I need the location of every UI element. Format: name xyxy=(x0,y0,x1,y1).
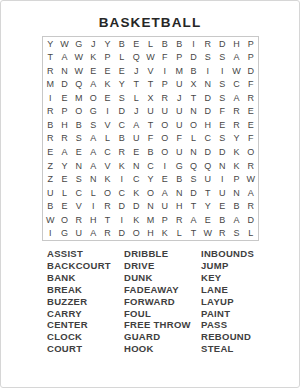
grid-cell[interactable]: U xyxy=(172,145,186,159)
grid-cell[interactable]: L xyxy=(186,132,200,146)
grid-cell[interactable]: T xyxy=(186,199,200,213)
grid-cell[interactable]: E xyxy=(115,64,129,78)
grid-cell[interactable]: F xyxy=(143,132,157,146)
grid-cell[interactable]: K xyxy=(129,213,143,227)
grid-cell[interactable]: U xyxy=(215,186,229,200)
grid-cell[interactable]: K xyxy=(158,226,172,240)
grid-cell[interactable]: D xyxy=(57,78,71,92)
grid-cell[interactable]: N xyxy=(186,105,200,119)
grid-cell[interactable]: A xyxy=(129,118,143,132)
word-item: FORWARD xyxy=(124,296,201,308)
letter-grid: YWGJYBELBBIRDHPTAWKPLQWFPDSSAPRNWEEEJVIM… xyxy=(42,36,259,241)
grid-cell[interactable]: W xyxy=(229,64,243,78)
grid-cell[interactable]: R xyxy=(72,213,86,227)
grid-cell[interactable]: E xyxy=(72,145,86,159)
grid-cell[interactable]: T xyxy=(43,51,57,65)
grid-cell[interactable]: Y xyxy=(229,132,243,146)
word-item: COURT xyxy=(47,343,124,355)
word-item: STEAL xyxy=(201,343,300,355)
grid-cell[interactable]: N xyxy=(57,64,71,78)
grid-cell[interactable]: S xyxy=(72,172,86,186)
grid-cell[interactable]: C xyxy=(229,78,243,92)
grid-cell[interactable]: R xyxy=(244,159,258,173)
grid-cell[interactable]: I xyxy=(186,37,200,51)
grid-cell[interactable]: V xyxy=(100,159,114,173)
grid-cell[interactable]: E xyxy=(43,145,57,159)
grid-cell[interactable]: I xyxy=(43,226,57,240)
grid-cell[interactable]: G xyxy=(86,105,100,119)
grid-cell[interactable]: U xyxy=(143,105,157,119)
grid-cell[interactable]: R xyxy=(43,64,57,78)
grid-cell[interactable]: P xyxy=(229,172,243,186)
grid-cell[interactable]: F xyxy=(172,132,186,146)
grid-cell[interactable]: S xyxy=(215,132,229,146)
grid-cell[interactable]: C xyxy=(100,145,114,159)
grid-cell[interactable]: O xyxy=(158,132,172,146)
grid-cell[interactable]: Y xyxy=(57,159,71,173)
grid-cell[interactable]: S xyxy=(186,172,200,186)
grid-cell[interactable]: B xyxy=(172,172,186,186)
grid-cell[interactable]: V xyxy=(100,118,114,132)
grid-cell[interactable]: R xyxy=(229,118,243,132)
grid-cell[interactable]: K xyxy=(115,159,129,173)
grid-cell[interactable]: E xyxy=(57,199,71,213)
grid-cell[interactable]: D xyxy=(115,226,129,240)
word-item: ASSIST xyxy=(47,248,124,260)
grid-cell[interactable]: A xyxy=(86,159,100,173)
grid-cell[interactable]: B xyxy=(215,213,229,227)
word-item: PAINT xyxy=(201,308,300,320)
grid-cell[interactable]: E xyxy=(129,145,143,159)
grid-cell[interactable]: R xyxy=(57,132,71,146)
grid-cell[interactable]: Q xyxy=(72,78,86,92)
word-item: HOOK xyxy=(124,343,201,355)
puzzle-page: BASKETBALL YWGJYBELBBIRDHPTAWKPLQWFPDSSA… xyxy=(0,0,300,388)
grid-cell[interactable]: S xyxy=(215,51,229,65)
grid-cell[interactable]: G xyxy=(57,226,71,240)
grid-cell[interactable]: E xyxy=(201,213,215,227)
grid-cell[interactable]: U xyxy=(72,226,86,240)
grid-cell[interactable]: D xyxy=(129,199,143,213)
word-item: KEY xyxy=(201,272,300,284)
grid-cell[interactable]: S xyxy=(201,51,215,65)
grid-cell[interactable]: H xyxy=(201,118,215,132)
grid-cell[interactable]: J xyxy=(129,64,143,78)
grid-cell[interactable]: O xyxy=(158,118,172,132)
grid-cell[interactable]: U xyxy=(43,186,57,200)
grid-cell[interactable]: D xyxy=(201,105,215,119)
grid-cell[interactable]: Q xyxy=(201,159,215,173)
grid-cell[interactable]: D xyxy=(186,51,200,65)
word-list-column: DRIBBLEDRIVEDUNKFADEAWAYFORWARDFOULFREE … xyxy=(124,248,201,355)
grid-cell[interactable]: Y xyxy=(100,37,114,51)
grid-cell[interactable]: D xyxy=(115,105,129,119)
word-list-column: ASSISTBACKCOURTBANKBREAKBUZZERCARRYCENTE… xyxy=(47,248,124,355)
grid-cell[interactable]: T xyxy=(201,186,215,200)
grid-cell[interactable]: W xyxy=(57,37,71,51)
grid-cell[interactable]: A xyxy=(86,132,100,146)
grid-cell[interactable]: D xyxy=(215,37,229,51)
grid-cell[interactable]: R xyxy=(43,132,57,146)
grid-cell[interactable]: C xyxy=(201,132,215,146)
grid-cell[interactable]: Q xyxy=(186,159,200,173)
grid-cell[interactable]: U xyxy=(172,118,186,132)
grid-cell[interactable]: W xyxy=(43,213,57,227)
grid-cell[interactable]: S xyxy=(215,91,229,105)
grid-cell[interactable]: A xyxy=(186,213,200,227)
grid-cell[interactable]: R xyxy=(172,213,186,227)
grid-cell[interactable]: K xyxy=(100,172,114,186)
grid-cell[interactable]: N xyxy=(143,199,157,213)
grid-cell[interactable]: L xyxy=(129,91,143,105)
word-item: DUNK xyxy=(124,272,201,284)
grid-cell[interactable]: H xyxy=(143,226,157,240)
grid-cell[interactable]: N xyxy=(201,78,215,92)
grid-cell[interactable]: D xyxy=(244,213,258,227)
grid-cell[interactable]: I xyxy=(158,64,172,78)
grid-cell[interactable]: R xyxy=(100,199,114,213)
grid-cell[interactable]: K xyxy=(229,145,243,159)
grid-cell[interactable]: G xyxy=(172,159,186,173)
grid-cell[interactable]: S xyxy=(215,78,229,92)
grid-cell[interactable]: I xyxy=(215,172,229,186)
grid-cell[interactable]: N xyxy=(129,159,143,173)
grid-cell[interactable]: I xyxy=(215,64,229,78)
grid-cell[interactable]: N xyxy=(215,159,229,173)
word-list-column: INBOUNDSJUMPKEYLANELAYUPPAINTPASSREBOUND… xyxy=(201,248,300,355)
grid-cell[interactable]: P xyxy=(244,37,258,51)
grid-cell[interactable]: O xyxy=(158,145,172,159)
grid-cell[interactable]: U xyxy=(158,199,172,213)
word-item: LAYUP xyxy=(201,296,300,308)
grid-cell[interactable]: P xyxy=(172,51,186,65)
grid-cell[interactable]: U xyxy=(172,78,186,92)
grid-cell[interactable]: A xyxy=(57,145,71,159)
grid-cell[interactable]: E xyxy=(244,118,258,132)
word-item: DRIBBLE xyxy=(124,248,201,260)
grid-cell[interactable]: X xyxy=(186,78,200,92)
grid-cell[interactable]: M xyxy=(143,213,157,227)
grid-cell[interactable]: R xyxy=(43,105,57,119)
grid-cell[interactable]: D xyxy=(201,145,215,159)
grid-cell[interactable]: W xyxy=(72,51,86,65)
grid-cell[interactable]: L xyxy=(57,186,71,200)
grid-cell[interactable]: R xyxy=(244,91,258,105)
grid-cell[interactable]: U xyxy=(201,172,215,186)
word-item: DRIVE xyxy=(124,260,201,272)
grid-cell[interactable]: G xyxy=(72,37,86,51)
grid-cell[interactable]: U xyxy=(172,105,186,119)
grid-cell[interactable]: R xyxy=(244,199,258,213)
grid-cell[interactable]: Z xyxy=(43,172,57,186)
grid-cell[interactable]: I xyxy=(100,105,114,119)
grid-cell[interactable]: I xyxy=(201,64,215,78)
grid-cell[interactable]: T xyxy=(143,118,157,132)
grid-cell[interactable]: H xyxy=(229,37,243,51)
grid-cell[interactable]: O xyxy=(129,226,143,240)
grid-cell[interactable]: H xyxy=(57,118,71,132)
grid-cell[interactable]: B xyxy=(186,64,200,78)
grid-cell[interactable]: E xyxy=(158,172,172,186)
grid-cell[interactable]: D xyxy=(215,145,229,159)
grid-cell[interactable]: I xyxy=(86,199,100,213)
grid-cell[interactable]: F xyxy=(158,51,172,65)
grid-cell[interactable]: B xyxy=(229,199,243,213)
grid-cell[interactable]: L xyxy=(244,226,258,240)
grid-cell[interactable]: M xyxy=(172,64,186,78)
grid-cell[interactable]: D xyxy=(115,199,129,213)
grid-cell[interactable]: R xyxy=(201,37,215,51)
grid-cell[interactable]: I xyxy=(43,91,57,105)
grid-cell[interactable]: T xyxy=(186,226,200,240)
grid-cell[interactable]: E xyxy=(215,118,229,132)
grid-cell[interactable]: F xyxy=(215,105,229,119)
grid-cell[interactable]: L xyxy=(143,37,157,51)
grid-cell[interactable]: P xyxy=(244,51,258,65)
grid-cell[interactable]: B xyxy=(158,37,172,51)
grid-cell[interactable]: A xyxy=(229,213,243,227)
grid-cell[interactable]: K xyxy=(100,78,114,92)
grid-cell[interactable]: C xyxy=(72,186,86,200)
grid-cell[interactable]: L xyxy=(86,186,100,200)
grid-cell[interactable]: I xyxy=(115,172,129,186)
grid-cell[interactable]: P xyxy=(100,51,114,65)
grid-cell[interactable]: A xyxy=(158,186,172,200)
grid-cell[interactable]: D xyxy=(186,186,200,200)
grid-cell[interactable]: B xyxy=(43,199,57,213)
grid-cell[interactable]: D xyxy=(244,64,258,78)
grid-cell[interactable]: S xyxy=(229,226,243,240)
word-item: BANK xyxy=(47,272,124,284)
grid-cell[interactable]: K xyxy=(229,159,243,173)
grid-cell[interactable]: A xyxy=(86,78,100,92)
word-item: BACKCOURT xyxy=(47,260,124,272)
grid-cell[interactable]: B xyxy=(72,118,86,132)
grid-cell[interactable]: C xyxy=(129,172,143,186)
grid-cell[interactable]: U xyxy=(129,132,143,146)
grid-cell[interactable]: X xyxy=(143,91,157,105)
puzzle-title: BASKETBALL xyxy=(1,15,299,30)
grid-cell[interactable]: B xyxy=(172,37,186,51)
grid-cell[interactable]: N xyxy=(229,186,243,200)
grid-cell[interactable]: F xyxy=(244,78,258,92)
grid-cell[interactable]: H xyxy=(86,213,100,227)
grid-cell[interactable]: O xyxy=(57,213,71,227)
grid-cell[interactable]: Y xyxy=(201,199,215,213)
grid-cell[interactable]: E xyxy=(215,199,229,213)
grid-cell[interactable]: C xyxy=(143,159,157,173)
grid-cell[interactable]: E xyxy=(100,64,114,78)
grid-cell[interactable]: L xyxy=(100,132,114,146)
grid-cell[interactable]: O xyxy=(86,91,100,105)
word-item: GUARD xyxy=(124,331,201,343)
grid-cell[interactable]: R xyxy=(100,226,114,240)
grid-cell[interactable]: O xyxy=(244,145,258,159)
grid-cell[interactable]: V xyxy=(143,64,157,78)
grid-cell[interactable]: C xyxy=(115,186,129,200)
grid-cell[interactable]: E xyxy=(129,37,143,51)
grid-cell[interactable]: T xyxy=(186,91,200,105)
grid-cell[interactable]: A xyxy=(57,51,71,65)
grid-cell[interactable]: E xyxy=(57,172,71,186)
grid-cell[interactable]: R xyxy=(158,91,172,105)
word-item: JUMP xyxy=(201,260,300,272)
word-item: INBOUNDS xyxy=(201,248,300,260)
grid-cell[interactable]: A xyxy=(229,91,243,105)
grid-cell[interactable]: P xyxy=(158,78,172,92)
word-list: ASSISTBACKCOURTBANKBREAKBUZZERCARRYCENTE… xyxy=(47,248,300,355)
grid-cell[interactable]: K xyxy=(86,51,100,65)
grid-cell[interactable]: Y xyxy=(43,37,57,51)
grid-cell[interactable]: O xyxy=(100,186,114,200)
grid-cell[interactable]: L xyxy=(115,51,129,65)
grid-cell[interactable]: S xyxy=(115,91,129,105)
grid-cell[interactable]: C xyxy=(115,118,129,132)
grid-cell[interactable]: T xyxy=(129,78,143,92)
grid-cell[interactable]: W xyxy=(244,172,258,186)
grid-cell[interactable]: H xyxy=(172,199,186,213)
grid-cell[interactable]: Y xyxy=(143,172,157,186)
grid-cell[interactable]: V xyxy=(72,199,86,213)
grid-cell[interactable]: B xyxy=(143,145,157,159)
word-item: REBOUND xyxy=(201,331,300,343)
grid-cell[interactable]: R xyxy=(229,105,243,119)
word-item: CLOCK xyxy=(47,331,124,343)
grid-cell[interactable]: M xyxy=(43,78,57,92)
grid-cell[interactable]: B xyxy=(43,118,57,132)
grid-cell[interactable]: E xyxy=(57,91,71,105)
grid-cell[interactable]: T xyxy=(100,213,114,227)
word-item: FADEAWAY xyxy=(124,284,201,296)
grid-cell[interactable]: I xyxy=(158,159,172,173)
grid-cell[interactable]: S xyxy=(72,132,86,146)
grid-cell[interactable]: W xyxy=(143,51,157,65)
grid-cell[interactable]: Z xyxy=(43,159,57,173)
grid-cell[interactable]: N xyxy=(72,159,86,173)
grid-cell[interactable]: E xyxy=(86,64,100,78)
grid-cell[interactable]: I xyxy=(115,213,129,227)
grid-cell[interactable]: E xyxy=(100,91,114,105)
grid-cell[interactable]: K xyxy=(129,186,143,200)
grid-cell[interactable]: L xyxy=(172,226,186,240)
word-item: LANE xyxy=(201,284,300,296)
grid-cell[interactable]: A xyxy=(229,51,243,65)
grid-cell[interactable]: M xyxy=(72,91,86,105)
grid-cell[interactable]: R xyxy=(215,226,229,240)
grid-cell[interactable]: J xyxy=(129,105,143,119)
word-item: FOUL xyxy=(124,308,201,320)
word-item: CENTER xyxy=(47,319,124,331)
word-item: CARRY xyxy=(47,308,124,320)
grid-cell[interactable]: A xyxy=(244,186,258,200)
grid-cell[interactable]: U xyxy=(158,105,172,119)
grid-cell[interactable]: N xyxy=(172,186,186,200)
grid-cell[interactable]: Q xyxy=(129,51,143,65)
grid-cell[interactable]: S xyxy=(86,118,100,132)
grid-cell[interactable]: A xyxy=(86,145,100,159)
grid-cell[interactable]: A xyxy=(86,226,100,240)
grid-cell[interactable]: T xyxy=(143,78,157,92)
grid-cell[interactable]: Y xyxy=(115,78,129,92)
grid-cell[interactable]: R xyxy=(115,145,129,159)
grid-cell[interactable]: B xyxy=(115,37,129,51)
grid-cell[interactable]: P xyxy=(57,105,71,119)
word-item: BUZZER xyxy=(47,296,124,308)
word-item: PASS xyxy=(201,319,300,331)
word-item: FREE THROW xyxy=(124,319,201,331)
grid-cell[interactable]: O xyxy=(186,118,200,132)
grid-cell[interactable]: O xyxy=(72,105,86,119)
grid-cell[interactable]: P xyxy=(158,213,172,227)
grid-cell[interactable]: N xyxy=(86,172,100,186)
grid-cell[interactable]: J xyxy=(172,91,186,105)
grid-cell[interactable]: N xyxy=(186,145,200,159)
grid-cell[interactable]: W xyxy=(201,226,215,240)
grid-cell[interactable]: W xyxy=(72,64,86,78)
grid-cell[interactable]: E xyxy=(244,105,258,119)
grid-cell[interactable]: D xyxy=(201,91,215,105)
grid-cell[interactable]: F xyxy=(244,132,258,146)
grid-cell[interactable]: O xyxy=(143,186,157,200)
grid-cell[interactable]: J xyxy=(86,37,100,51)
word-item: BREAK xyxy=(47,284,124,296)
grid-cell[interactable]: B xyxy=(115,132,129,146)
